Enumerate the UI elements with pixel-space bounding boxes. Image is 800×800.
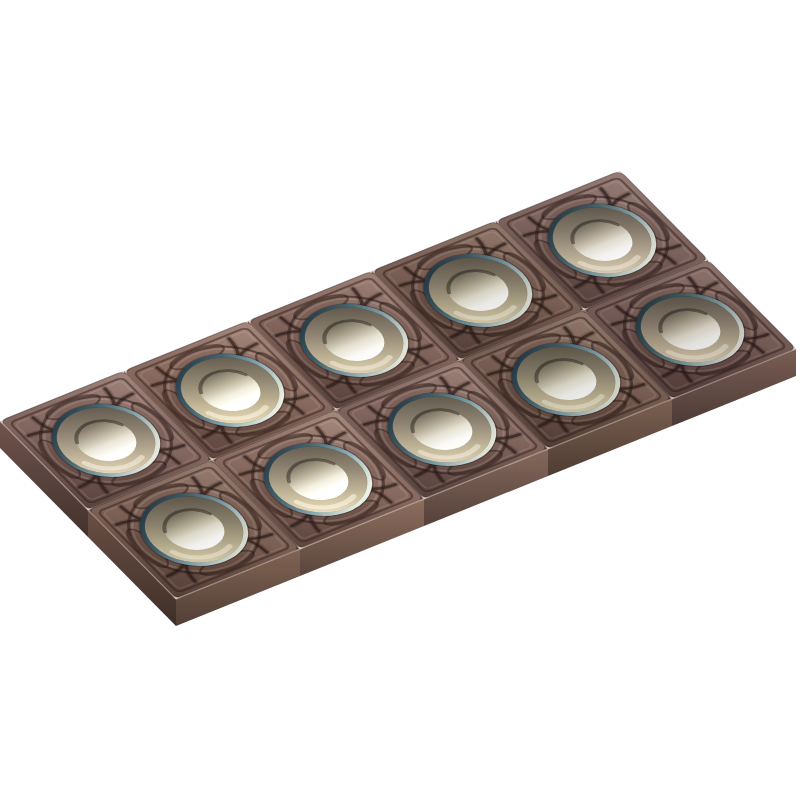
product-photo-canvas [0,0,800,800]
inserts-photo-svg [0,0,800,800]
insert-grid [0,171,796,626]
